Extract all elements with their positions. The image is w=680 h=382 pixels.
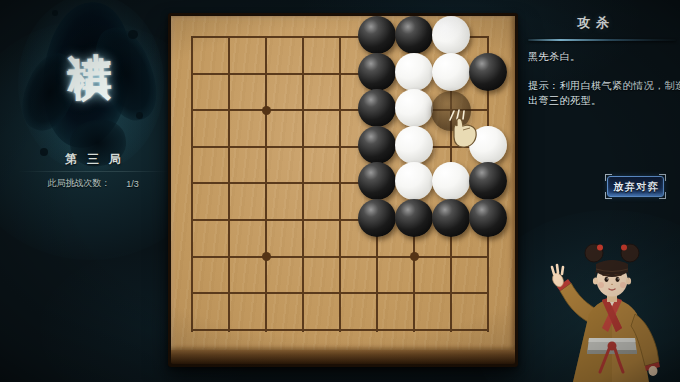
star-point — [262, 106, 271, 115]
black-stone — [358, 199, 396, 237]
white-stone — [395, 126, 433, 164]
white-stone — [432, 16, 470, 54]
black-stone — [469, 162, 507, 200]
board-edge-bevel — [171, 349, 515, 364]
challenge-counter-label: 此局挑战次数： — [47, 177, 110, 190]
left-panel: 诘棋 第三局 此局挑战次数： 1/3 — [0, 0, 186, 382]
mode-title-calligraphy: 诘棋 — [64, 17, 117, 149]
star-point — [262, 252, 271, 261]
ink-splatter-dot — [128, 30, 138, 39]
resign-button[interactable]: 放弃对弈 — [607, 176, 664, 197]
black-stone — [358, 126, 396, 164]
round-label: 第三局 — [0, 151, 186, 168]
go-board — [168, 13, 518, 367]
white-stone — [432, 162, 470, 200]
black-stone — [432, 199, 470, 237]
game-screen: { "game": "go-weiqi-tsumego", "left_pane… — [0, 0, 680, 382]
npc-character-illustration — [545, 238, 680, 382]
white-stone — [395, 89, 433, 127]
grid-line-horizontal — [191, 292, 489, 294]
black-stone — [358, 162, 396, 200]
puzzle-hint: 提示：利用白棋气紧的情况，制造出弯三的死型。 — [528, 79, 680, 108]
challenge-counter: 此局挑战次数： 1/3 — [0, 177, 186, 190]
black-stone — [358, 53, 396, 91]
black-stone — [469, 53, 507, 91]
black-stone — [395, 16, 433, 54]
divider — [18, 171, 168, 172]
hover-stone-preview[interactable] — [431, 91, 471, 131]
white-stone — [469, 126, 507, 164]
black-stone — [395, 199, 433, 237]
star-point — [410, 252, 419, 261]
ink-splatter-dot — [52, 10, 58, 16]
challenge-counter-value: 1/3 — [126, 179, 139, 189]
white-stone — [432, 53, 470, 91]
black-stone — [358, 16, 396, 54]
white-stone — [395, 53, 433, 91]
grid-line-horizontal — [191, 256, 489, 258]
grid-line-horizontal — [191, 329, 489, 331]
white-stone — [395, 162, 433, 200]
title-underline — [528, 39, 676, 41]
board-surface[interactable] — [171, 16, 515, 350]
black-stone — [358, 89, 396, 127]
ink-splatter-dot — [136, 112, 143, 119]
puzzle-info-panel: 攻杀 黑先杀白。 提示：利用白棋气紧的情况，制造出弯三的死型。 — [528, 14, 680, 108]
resign-button-frame: 放弃对弈 — [605, 174, 666, 199]
puzzle-category-title: 攻杀 — [528, 14, 658, 32]
black-stone — [469, 199, 507, 237]
puzzle-objective: 黑先杀白。 — [528, 50, 680, 64]
